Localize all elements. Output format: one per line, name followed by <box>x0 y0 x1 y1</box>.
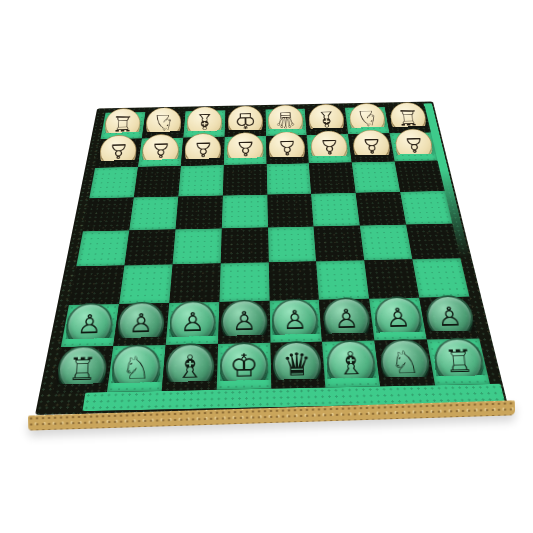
white-king-glyph: ♔ <box>234 110 257 132</box>
black-knight-glyph: ♘ <box>389 346 421 378</box>
piece-black-rook[interactable]: ♖ <box>433 337 486 384</box>
piece-white-pawn[interactable]: ♙ <box>352 130 390 163</box>
piece-black-bishop[interactable]: ♗ <box>326 339 377 386</box>
piece-black-knight[interactable]: ♘ <box>379 338 431 385</box>
square-g4[interactable] <box>129 196 178 230</box>
white-knight-glyph: ♘ <box>356 108 380 130</box>
square-g7[interactable]: ♙ <box>113 303 169 346</box>
piece-black-pawn[interactable]: ♙ <box>221 299 268 344</box>
black-pawn-glyph: ♙ <box>231 308 256 335</box>
black-pawn-glyph: ♙ <box>128 310 154 337</box>
piece-black-pawn[interactable]: ♙ <box>374 296 423 341</box>
photo-background: ♖♘♗♔♕♗♘♖♙♙♙♙♙♙♙♙♙♙♙♙♙♙♙♙♖♘♗♔♛♗♘♖ <box>0 0 533 533</box>
square-d6[interactable] <box>268 262 319 301</box>
square-e6[interactable] <box>219 263 269 302</box>
white-pawn-glyph: ♙ <box>107 141 128 161</box>
square-c8[interactable]: ♗ <box>322 341 380 388</box>
square-h6[interactable] <box>69 266 124 306</box>
black-bishop-glyph: ♗ <box>175 350 205 382</box>
square-f6[interactable] <box>169 264 220 304</box>
piece-white-pawn[interactable]: ♙ <box>184 133 221 166</box>
square-b5[interactable] <box>360 224 413 260</box>
square-d4[interactable] <box>267 194 314 228</box>
square-h5[interactable] <box>76 230 129 267</box>
square-e4[interactable] <box>221 194 267 228</box>
white-rook-glyph: ♖ <box>111 113 134 135</box>
white-queen-glyph: ♕ <box>274 109 297 131</box>
square-f3[interactable] <box>178 165 223 196</box>
piece-black-pawn[interactable]: ♙ <box>117 301 164 346</box>
square-d8[interactable]: ♛ <box>270 342 326 389</box>
square-f2[interactable]: ♙ <box>181 137 225 166</box>
white-rook-glyph: ♖ <box>396 107 420 129</box>
square-b4[interactable] <box>356 192 406 226</box>
piece-white-pawn[interactable]: ♙ <box>142 134 179 167</box>
square-d3[interactable] <box>266 163 311 194</box>
square-e5[interactable] <box>220 227 268 263</box>
square-g6[interactable] <box>119 265 172 305</box>
piece-white-pawn[interactable]: ♙ <box>311 130 349 163</box>
square-c7[interactable]: ♙ <box>319 299 374 342</box>
square-a3[interactable] <box>395 160 445 191</box>
white-pawn-glyph: ♙ <box>361 136 383 156</box>
piece-black-pawn[interactable]: ♙ <box>323 297 371 342</box>
black-pawn-glyph: ♙ <box>385 305 412 332</box>
square-a7[interactable]: ♙ <box>419 297 479 340</box>
square-b8[interactable]: ♘ <box>375 340 436 387</box>
square-a6[interactable] <box>412 259 469 298</box>
square-f4[interactable] <box>175 195 222 229</box>
square-g8[interactable]: ♘ <box>107 345 166 392</box>
square-e8[interactable]: ♔ <box>216 343 271 390</box>
square-g3[interactable] <box>134 166 181 197</box>
square-f8[interactable]: ♗ <box>162 344 218 391</box>
white-pawn-glyph: ♙ <box>192 139 212 159</box>
piece-white-pawn[interactable]: ♙ <box>99 135 137 168</box>
square-b3[interactable] <box>352 161 400 192</box>
square-f7[interactable]: ♙ <box>165 302 219 345</box>
chess-board: ♖♘♗♔♕♗♘♖♙♙♙♙♙♙♙♙♙♙♙♙♙♙♙♙♖♘♗♔♛♗♘♖ <box>35 101 508 415</box>
board-grid: ♖♘♗♔♕♗♘♖♙♙♙♙♙♙♙♙♙♙♙♙♙♙♙♙♖♘♗♔♛♗♘♖ <box>52 106 490 393</box>
black-rook-glyph: ♖ <box>67 352 98 384</box>
square-b7[interactable]: ♙ <box>369 298 427 341</box>
square-d7[interactable]: ♙ <box>269 300 322 343</box>
white-pawn-glyph: ♙ <box>403 135 425 155</box>
white-knight-glyph: ♘ <box>152 112 175 134</box>
square-c3[interactable] <box>309 162 356 193</box>
black-pawn-glyph: ♙ <box>334 306 360 333</box>
piece-black-rook[interactable]: ♖ <box>57 345 108 393</box>
piece-black-king[interactable]: ♔ <box>220 341 269 388</box>
square-c5[interactable] <box>314 225 365 261</box>
square-h7[interactable]: ♙ <box>61 304 119 347</box>
square-a8[interactable]: ♖ <box>427 338 490 385</box>
black-knight-glyph: ♘ <box>121 351 151 383</box>
chessboard-scene: ♖♘♗♔♕♗♘♖♙♙♙♙♙♙♙♙♙♙♙♙♙♙♙♙♖♘♗♔♛♗♘♖ <box>25 0 508 415</box>
square-d5[interactable] <box>268 226 317 262</box>
black-queen-glyph: ♛ <box>282 348 312 380</box>
piece-black-pawn[interactable]: ♙ <box>272 298 319 343</box>
white-bishop-glyph: ♗ <box>193 111 215 133</box>
white-pawn-glyph: ♙ <box>150 140 171 160</box>
piece-black-pawn[interactable]: ♙ <box>65 302 113 347</box>
square-c2[interactable]: ♙ <box>307 134 352 163</box>
black-rook-glyph: ♖ <box>443 344 475 376</box>
square-e2[interactable]: ♙ <box>223 136 266 165</box>
square-h2[interactable]: ♙ <box>95 138 142 167</box>
black-pawn-glyph: ♙ <box>180 309 205 336</box>
square-h8[interactable]: ♖ <box>52 346 113 393</box>
piece-black-knight[interactable]: ♘ <box>111 344 161 392</box>
piece-black-bishop[interactable]: ♗ <box>165 343 214 391</box>
black-bishop-glyph: ♗ <box>336 347 367 379</box>
square-e7[interactable]: ♙ <box>218 301 270 344</box>
black-pawn-glyph: ♙ <box>436 303 463 330</box>
square-a4[interactable] <box>400 191 452 225</box>
white-bishop-glyph: ♗ <box>315 108 338 130</box>
square-a5[interactable] <box>406 223 460 259</box>
piece-white-pawn[interactable]: ♙ <box>394 129 433 162</box>
square-h4[interactable] <box>83 197 134 231</box>
piece-black-queen[interactable]: ♛ <box>273 340 323 387</box>
white-pawn-glyph: ♙ <box>277 137 298 157</box>
black-pawn-glyph: ♙ <box>283 307 309 334</box>
piece-white-pawn[interactable]: ♙ <box>269 131 306 164</box>
piece-white-pawn[interactable]: ♙ <box>227 132 264 165</box>
square-a2[interactable]: ♙ <box>390 132 438 161</box>
square-c4[interactable] <box>311 193 360 227</box>
square-f5[interactable] <box>172 228 221 264</box>
piece-black-pawn[interactable]: ♙ <box>169 300 215 345</box>
square-b2[interactable]: ♙ <box>348 133 394 162</box>
square-b6[interactable] <box>364 260 419 299</box>
black-pawn-glyph: ♙ <box>76 311 102 338</box>
square-e3[interactable] <box>223 164 267 195</box>
square-d2[interactable]: ♙ <box>266 135 309 164</box>
square-g5[interactable] <box>124 229 175 266</box>
piece-black-pawn[interactable]: ♙ <box>425 295 475 340</box>
square-h3[interactable] <box>89 167 138 198</box>
white-pawn-glyph: ♙ <box>235 138 256 158</box>
black-king-glyph: ♔ <box>229 349 259 381</box>
white-pawn-glyph: ♙ <box>319 137 340 157</box>
square-c6[interactable] <box>316 261 369 300</box>
square-g2[interactable]: ♙ <box>138 138 183 167</box>
